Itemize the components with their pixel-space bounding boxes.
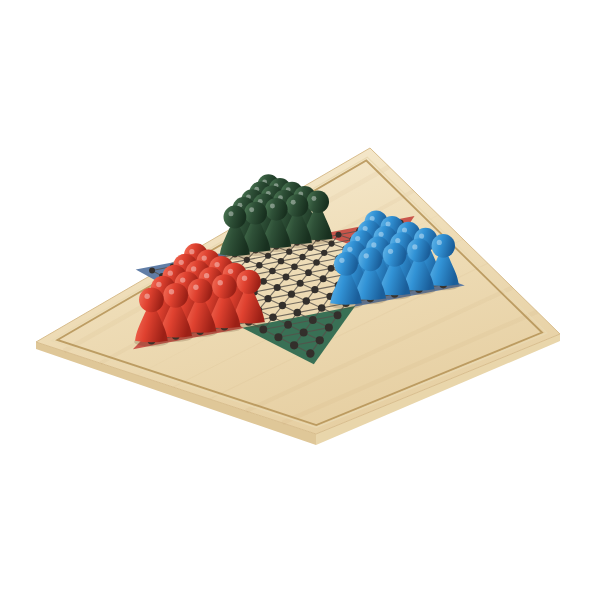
pawn-head [358,247,382,271]
hole[interactable] [260,278,267,285]
pawn-highlight [189,249,194,254]
pawn-highlight [193,285,198,290]
hole[interactable] [259,326,267,334]
pawn-highlight [388,249,393,254]
pawn-head [163,283,188,308]
pawn-highlight [395,238,400,243]
hole[interactable] [294,309,302,317]
pawn-highlight [144,293,149,298]
pawn-highlight [214,262,219,267]
hole[interactable] [279,302,286,309]
pawn-head [244,202,267,225]
pawn-head [188,279,213,304]
hole[interactable] [284,321,292,329]
pawn-highlight [412,244,417,249]
pawn-highlight [386,222,391,227]
pawn-head [432,234,456,258]
hole[interactable] [313,259,320,266]
pawn-head [212,274,236,298]
pawn-head [307,190,329,212]
hole[interactable] [311,286,318,293]
hole[interactable] [300,328,308,336]
pawn-highlight [339,258,344,263]
hole[interactable] [291,263,298,270]
hole[interactable] [318,304,326,312]
hole[interactable] [269,314,277,322]
hole[interactable] [149,268,155,274]
pawn-highlight [364,253,369,258]
pawn-highlight [179,260,184,265]
hole[interactable] [290,341,298,349]
pawn-head [383,243,407,267]
hole[interactable] [325,324,333,332]
pawn-highlight [402,227,407,232]
hole[interactable] [297,280,304,287]
pawn-highlight [169,289,174,294]
pawn-highlight [311,196,316,201]
pawn-highlight [249,207,254,212]
pawn-highlight [363,226,368,231]
pawn-highlight [347,247,352,252]
pawn-highlight [270,204,275,209]
hole[interactable] [274,333,282,341]
hole[interactable] [274,284,281,291]
pawn-highlight [371,242,376,247]
hole[interactable] [269,268,276,275]
hole[interactable] [306,349,314,357]
hole[interactable] [309,316,317,324]
hole[interactable] [283,274,290,281]
pawn-head [407,239,431,263]
pawn-highlight [180,277,185,282]
hole[interactable] [305,269,312,276]
hole[interactable] [278,258,284,264]
product-photo-canvas [0,0,600,600]
hole[interactable] [316,336,324,344]
pawn-highlight [242,276,247,281]
hole[interactable] [334,311,342,319]
pawn-highlight [379,232,384,237]
pawn-highlight [228,269,233,274]
hole[interactable] [299,254,305,260]
pawn-head [286,194,309,217]
hole[interactable] [335,232,341,238]
pawn-highlight [291,200,296,205]
hole[interactable] [288,291,295,298]
hole[interactable] [264,295,271,302]
pawn-head [237,270,261,294]
pawn-highlight [437,240,442,245]
pawn-highlight [191,266,196,271]
hole[interactable] [321,250,327,256]
hole[interactable] [320,275,327,282]
pawn-head [223,206,246,229]
pawn-highlight [202,255,207,260]
pawn-head [265,198,288,221]
hole[interactable] [328,265,335,272]
pawn-highlight [218,280,223,285]
chinese-checkers-board-scene [0,0,600,600]
pawn-highlight [355,236,360,241]
pawn-head [334,252,358,276]
pawn-head [139,287,164,312]
hole[interactable] [256,262,262,268]
pawn-highlight [168,271,173,276]
hole[interactable] [303,297,310,304]
pawn-highlight [204,273,209,278]
pawn-highlight [419,234,424,239]
pawn-highlight [156,282,161,287]
pawn-highlight [228,211,233,216]
